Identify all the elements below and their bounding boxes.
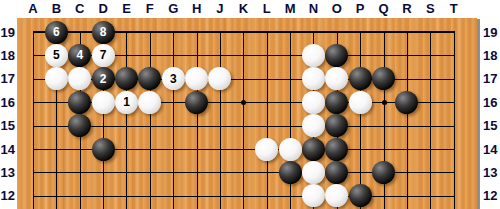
stone-white-N16[interactable] <box>302 91 325 114</box>
row-label-left-16: 16 <box>0 95 15 110</box>
stone-black-B19[interactable]: 6 <box>45 21 68 44</box>
stone-white-G17[interactable]: 3 <box>162 67 185 90</box>
stone-white-F16[interactable] <box>138 91 161 114</box>
stone-white-D16[interactable] <box>92 91 115 114</box>
goban[interactable]: 68425731 <box>17 18 477 209</box>
col-label-O: O <box>325 1 349 16</box>
stone-white-N18[interactable] <box>302 44 325 67</box>
stone-white-D18[interactable]: 7 <box>92 44 115 67</box>
grid-line-col-A <box>33 32 34 209</box>
stone-white-N12[interactable] <box>302 184 325 207</box>
stone-black-P12[interactable] <box>349 184 372 207</box>
go-diagram: 68425731 ABCDEFGHJKLMNOPQRST191817161514… <box>0 0 500 209</box>
grid-line-col-P <box>360 32 361 209</box>
row-label-right-19: 19 <box>483 25 500 40</box>
grid-line-col-L <box>267 32 268 209</box>
stone-black-C16[interactable] <box>68 91 91 114</box>
grid-line-col-G <box>173 32 174 209</box>
star-point-Q16 <box>382 100 387 105</box>
stone-white-B17[interactable] <box>45 67 68 90</box>
board-edge-strip <box>477 19 480 209</box>
stone-black-O18[interactable] <box>325 44 348 67</box>
move-number-3: 3 <box>170 72 177 86</box>
stone-black-R16[interactable] <box>395 91 418 114</box>
stone-black-C18[interactable]: 4 <box>68 44 91 67</box>
col-label-C: C <box>68 1 92 16</box>
stone-black-O14[interactable] <box>325 138 348 161</box>
row-label-right-17: 17 <box>483 71 500 86</box>
move-number-2: 2 <box>100 72 107 86</box>
stone-black-Q13[interactable] <box>372 161 395 184</box>
grid-line-row-15 <box>33 126 455 127</box>
col-label-L: L <box>255 1 279 16</box>
col-label-A: A <box>21 1 45 16</box>
stone-black-O16[interactable] <box>325 91 348 114</box>
stone-black-O15[interactable] <box>325 114 348 137</box>
col-label-J: J <box>208 1 232 16</box>
row-label-right-14: 14 <box>483 142 500 157</box>
row-label-left-19: 19 <box>0 25 15 40</box>
stone-white-O12[interactable] <box>325 184 348 207</box>
stone-black-H16[interactable] <box>185 91 208 114</box>
stone-black-P17[interactable] <box>349 67 372 90</box>
move-number-7: 7 <box>100 48 107 62</box>
grid-line-col-H <box>197 32 198 209</box>
row-label-left-18: 18 <box>0 48 15 63</box>
grid-line-col-F <box>150 32 151 209</box>
col-label-N: N <box>301 1 325 16</box>
move-number-8: 8 <box>100 25 107 39</box>
col-label-H: H <box>185 1 209 16</box>
stone-black-E17[interactable] <box>115 67 138 90</box>
stone-black-M13[interactable] <box>279 161 302 184</box>
stone-white-B18[interactable]: 5 <box>45 44 68 67</box>
col-label-E: E <box>114 1 138 16</box>
row-label-left-13: 13 <box>0 165 15 180</box>
col-label-T: T <box>442 1 466 16</box>
row-label-right-16: 16 <box>483 95 500 110</box>
grid-line-row-12 <box>33 196 455 197</box>
row-label-right-12: 12 <box>483 188 500 203</box>
row-label-left-17: 17 <box>0 71 15 86</box>
col-label-D: D <box>91 1 115 16</box>
grid-line-col-J <box>220 32 221 209</box>
move-number-5: 5 <box>53 48 60 62</box>
move-number-1: 1 <box>123 95 130 109</box>
row-label-left-12: 12 <box>0 188 15 203</box>
stone-black-D19[interactable]: 8 <box>92 21 115 44</box>
stone-white-H17[interactable] <box>185 67 208 90</box>
row-label-right-13: 13 <box>483 165 500 180</box>
stone-white-N17[interactable] <box>302 67 325 90</box>
stone-white-M14[interactable] <box>279 138 302 161</box>
grid-line-col-S <box>430 32 431 209</box>
move-number-4: 4 <box>76 48 83 62</box>
col-label-S: S <box>418 1 442 16</box>
col-label-M: M <box>278 1 302 16</box>
stone-white-C17[interactable] <box>68 67 91 90</box>
stone-black-O13[interactable] <box>325 161 348 184</box>
grid-line-col-E <box>126 32 127 209</box>
stone-white-N15[interactable] <box>302 114 325 137</box>
row-label-left-15: 15 <box>0 118 15 133</box>
stone-black-D17[interactable]: 2 <box>92 67 115 90</box>
stone-white-J17[interactable] <box>208 67 231 90</box>
col-label-Q: Q <box>372 1 396 16</box>
move-number-6: 6 <box>53 25 60 39</box>
grid-line-col-T <box>454 32 455 209</box>
stone-white-O17[interactable] <box>325 67 348 90</box>
grid-line-col-K <box>243 32 244 209</box>
col-label-F: F <box>138 1 162 16</box>
col-label-G: G <box>161 1 185 16</box>
col-label-K: K <box>231 1 255 16</box>
stone-black-D14[interactable] <box>92 138 115 161</box>
stone-black-C15[interactable] <box>68 114 91 137</box>
stone-white-E16[interactable]: 1 <box>115 91 138 114</box>
stone-white-N13[interactable] <box>302 161 325 184</box>
row-label-right-18: 18 <box>483 48 500 63</box>
stone-black-Q17[interactable] <box>372 67 395 90</box>
col-label-B: B <box>44 1 68 16</box>
col-label-P: P <box>348 1 372 16</box>
stone-black-N14[interactable] <box>302 138 325 161</box>
stone-black-F17[interactable] <box>138 67 161 90</box>
stone-white-P16[interactable] <box>349 91 372 114</box>
row-label-right-15: 15 <box>483 118 500 133</box>
row-label-left-14: 14 <box>0 142 15 157</box>
stone-white-L14[interactable] <box>255 138 278 161</box>
star-point-K16 <box>241 100 246 105</box>
grid-line-col-R <box>407 32 408 209</box>
col-label-R: R <box>395 1 419 16</box>
